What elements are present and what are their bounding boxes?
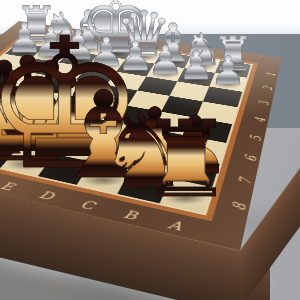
piece-dark-rook-a8: ♜ (139, 107, 234, 213)
piece-silver-pawn-a2: ♟ (210, 51, 245, 90)
piece-silver-pawn-b2: ♟ (178, 46, 213, 86)
pieces-layer: ♜♞♝♟♚♟♛♟♝♟♞♟♜♟♟♟♟♟♟♜♟♞♟♝♟♛♟♚♟♝♞♜ (0, 0, 300, 300)
scene: HGFEDCBA12345678 ♜♞♝♟♚♟♛♟♝♟♞♟♜♟♟♟♟♟♟♜♟♞♟… (0, 0, 300, 300)
